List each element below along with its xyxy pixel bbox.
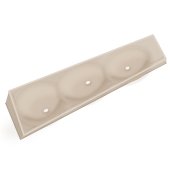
vanity-top-illustration <box>0 0 170 170</box>
product-photo <box>0 0 170 170</box>
